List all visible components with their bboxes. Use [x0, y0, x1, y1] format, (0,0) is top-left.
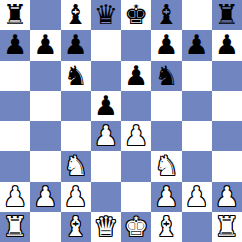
square-h7[interactable]: ♟ [212, 30, 242, 60]
square-g4[interactable] [182, 121, 212, 151]
black-pawn-piece: ♟ [33, 30, 57, 60]
white-rook-piece: ♜ [3, 212, 27, 242]
square-d6[interactable] [91, 61, 121, 91]
black-bishop-piece: ♝ [64, 0, 88, 30]
square-d7[interactable] [91, 30, 121, 60]
square-a7[interactable]: ♟ [0, 30, 30, 60]
square-g6[interactable] [182, 61, 212, 91]
square-c8[interactable]: ♝ [61, 0, 91, 30]
black-rook-piece: ♜ [215, 0, 239, 30]
square-a3[interactable] [0, 151, 30, 181]
square-d8[interactable]: ♛ [91, 0, 121, 30]
square-c6[interactable]: ♞ [61, 61, 91, 91]
square-e5[interactable] [121, 91, 151, 121]
white-pawn-piece: ♟ [215, 182, 239, 212]
square-c7[interactable]: ♟ [61, 30, 91, 60]
white-pawn-piece: ♟ [3, 182, 27, 212]
black-rook-piece: ♜ [3, 0, 27, 30]
white-pawn-piece: ♟ [64, 182, 88, 212]
square-a1[interactable]: ♜ [0, 212, 30, 242]
square-f8[interactable]: ♝ [151, 0, 181, 30]
square-c1[interactable]: ♝ [61, 212, 91, 242]
black-pawn-piece: ♟ [3, 30, 27, 60]
black-knight-piece: ♞ [154, 61, 178, 91]
square-a2[interactable]: ♟ [0, 182, 30, 212]
white-pawn-piece: ♟ [154, 182, 178, 212]
square-d4[interactable]: ♟ [91, 121, 121, 151]
black-pawn-piece: ♟ [154, 30, 178, 60]
square-h6[interactable] [212, 61, 242, 91]
white-knight-piece: ♞ [64, 151, 88, 181]
white-pawn-piece: ♟ [124, 121, 148, 151]
white-pawn-piece: ♟ [94, 121, 118, 151]
square-d1[interactable]: ♛ [91, 212, 121, 242]
black-pawn-piece: ♟ [185, 30, 209, 60]
white-knight-piece: ♞ [154, 151, 178, 181]
square-d3[interactable] [91, 151, 121, 181]
white-king-piece: ♚ [124, 212, 148, 242]
square-e2[interactable] [121, 182, 151, 212]
square-e1[interactable]: ♚ [121, 212, 151, 242]
square-h8[interactable]: ♜ [212, 0, 242, 30]
chess-board: ♜♝♛♚♝♜♟♟♟♟♟♟♞♟♞♟♟♟♞♞♟♟♟♟♟♟♜♝♛♚♝♜ [0, 0, 242, 242]
square-b5[interactable] [30, 91, 60, 121]
square-h4[interactable] [212, 121, 242, 151]
square-g8[interactable] [182, 0, 212, 30]
square-f3[interactable]: ♞ [151, 151, 181, 181]
square-e8[interactable]: ♚ [121, 0, 151, 30]
square-b2[interactable]: ♟ [30, 182, 60, 212]
square-e7[interactable] [121, 30, 151, 60]
square-e4[interactable]: ♟ [121, 121, 151, 151]
square-b4[interactable] [30, 121, 60, 151]
square-b8[interactable] [30, 0, 60, 30]
square-f5[interactable] [151, 91, 181, 121]
white-rook-piece: ♜ [215, 212, 239, 242]
square-g7[interactable]: ♟ [182, 30, 212, 60]
white-pawn-piece: ♟ [33, 182, 57, 212]
square-h2[interactable]: ♟ [212, 182, 242, 212]
square-a4[interactable] [0, 121, 30, 151]
white-bishop-piece: ♝ [154, 212, 178, 242]
square-b3[interactable] [30, 151, 60, 181]
square-f2[interactable]: ♟ [151, 182, 181, 212]
square-h5[interactable] [212, 91, 242, 121]
square-f6[interactable]: ♞ [151, 61, 181, 91]
square-g2[interactable]: ♟ [182, 182, 212, 212]
square-b1[interactable] [30, 212, 60, 242]
square-g1[interactable] [182, 212, 212, 242]
black-pawn-piece: ♟ [215, 30, 239, 60]
square-c3[interactable]: ♞ [61, 151, 91, 181]
square-b6[interactable] [30, 61, 60, 91]
square-d5[interactable]: ♟ [91, 91, 121, 121]
square-g5[interactable] [182, 91, 212, 121]
white-bishop-piece: ♝ [64, 212, 88, 242]
square-f4[interactable] [151, 121, 181, 151]
square-f1[interactable]: ♝ [151, 212, 181, 242]
square-e6[interactable]: ♟ [121, 61, 151, 91]
white-queen-piece: ♛ [94, 212, 118, 242]
square-a6[interactable] [0, 61, 30, 91]
square-c5[interactable] [61, 91, 91, 121]
square-b7[interactable]: ♟ [30, 30, 60, 60]
black-king-piece: ♚ [124, 0, 148, 30]
square-h1[interactable]: ♜ [212, 212, 242, 242]
square-d2[interactable] [91, 182, 121, 212]
white-pawn-piece: ♟ [185, 182, 209, 212]
square-g3[interactable] [182, 151, 212, 181]
square-a5[interactable] [0, 91, 30, 121]
square-h3[interactable] [212, 151, 242, 181]
square-c4[interactable] [61, 121, 91, 151]
square-a8[interactable]: ♜ [0, 0, 30, 30]
black-pawn-piece: ♟ [124, 61, 148, 91]
square-c2[interactable]: ♟ [61, 182, 91, 212]
black-pawn-piece: ♟ [94, 91, 118, 121]
black-pawn-piece: ♟ [64, 30, 88, 60]
square-e3[interactable] [121, 151, 151, 181]
black-knight-piece: ♞ [64, 61, 88, 91]
black-queen-piece: ♛ [94, 0, 118, 30]
square-f7[interactable]: ♟ [151, 30, 181, 60]
black-bishop-piece: ♝ [154, 0, 178, 30]
